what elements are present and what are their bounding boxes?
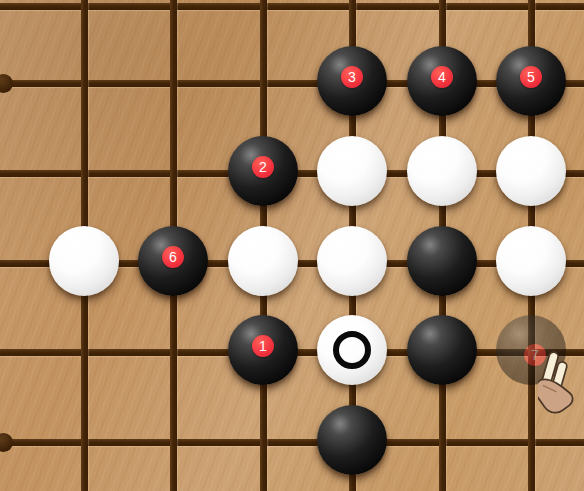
white-stone: [317, 226, 387, 296]
move-number-badge: 5: [520, 66, 542, 88]
white-stone: [407, 136, 477, 206]
board-edge-dot: [0, 74, 13, 93]
black-stone-move-3: 3: [317, 46, 387, 116]
black-stone-move-6: 6: [138, 226, 208, 296]
white-stone: [49, 226, 119, 296]
white-stone: [317, 315, 387, 385]
black-stone-move-2: 2: [228, 136, 298, 206]
last-move-circle-marker: [333, 331, 371, 369]
white-stone: [228, 226, 298, 296]
white-stone: [317, 136, 387, 206]
black-stone: [407, 226, 477, 296]
move-number-badge: 2: [252, 156, 274, 178]
black-stone-move-5: 5: [496, 46, 566, 116]
black-stone: [317, 405, 387, 475]
move-number-badge: 4: [431, 66, 453, 88]
move-number-badge: 1: [252, 335, 274, 357]
tap-hand-cursor-icon: [538, 350, 584, 418]
white-stone: [496, 136, 566, 206]
move-number-badge: 3: [341, 66, 363, 88]
black-stone-move-4: 4: [407, 46, 477, 116]
black-stone-move-1: 1: [228, 315, 298, 385]
go-board[interactable]: 3452617: [0, 0, 584, 491]
black-stone: [407, 315, 477, 385]
move-number-badge: 6: [162, 246, 184, 268]
white-stone: [496, 226, 566, 296]
board-edge-dot: [0, 433, 13, 452]
